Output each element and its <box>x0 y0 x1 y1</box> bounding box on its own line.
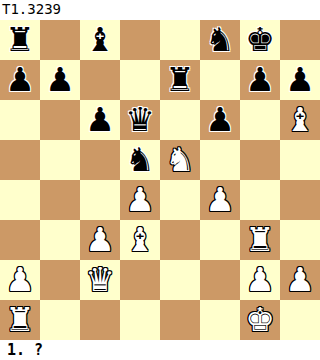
square-b4[interactable] <box>40 180 80 220</box>
square-c7[interactable] <box>80 60 120 100</box>
move-prompt: 1. ? <box>0 340 320 360</box>
square-a1[interactable]: ♜ <box>0 300 40 340</box>
white-rook-a1[interactable]: ♜ <box>5 300 35 340</box>
square-h7[interactable]: ♟ <box>280 60 320 100</box>
square-a7[interactable]: ♟ <box>0 60 40 100</box>
square-f3[interactable] <box>200 220 240 260</box>
black-pawn-g7[interactable]: ♟ <box>245 60 275 100</box>
white-pawn-h2[interactable]: ♟ <box>285 260 315 300</box>
black-pawn-b7[interactable]: ♟ <box>45 60 75 100</box>
square-g1[interactable]: ♚ <box>240 300 280 340</box>
square-e2[interactable] <box>160 260 200 300</box>
black-bishop-c8[interactable]: ♝ <box>85 20 115 60</box>
white-pawn-d4[interactable]: ♟ <box>125 180 155 220</box>
white-pawn-a2[interactable]: ♟ <box>5 260 35 300</box>
square-a4[interactable] <box>0 180 40 220</box>
black-queen-d6[interactable]: ♛ <box>125 100 155 140</box>
square-d2[interactable] <box>120 260 160 300</box>
square-h3[interactable] <box>280 220 320 260</box>
square-b2[interactable] <box>40 260 80 300</box>
square-e3[interactable] <box>160 220 200 260</box>
square-h2[interactable]: ♟ <box>280 260 320 300</box>
square-e8[interactable] <box>160 20 200 60</box>
black-rook-e7[interactable]: ♜ <box>165 60 195 100</box>
square-d3[interactable]: ♝ <box>120 220 160 260</box>
square-b7[interactable]: ♟ <box>40 60 80 100</box>
black-pawn-f6[interactable]: ♟ <box>205 100 235 140</box>
square-e1[interactable] <box>160 300 200 340</box>
white-pawn-c3[interactable]: ♟ <box>85 220 115 260</box>
square-f6[interactable]: ♟ <box>200 100 240 140</box>
square-b5[interactable] <box>40 140 80 180</box>
square-e6[interactable] <box>160 100 200 140</box>
white-queen-c2[interactable]: ♛ <box>85 260 115 300</box>
square-e4[interactable] <box>160 180 200 220</box>
square-g2[interactable]: ♟ <box>240 260 280 300</box>
square-c3[interactable]: ♟ <box>80 220 120 260</box>
square-a6[interactable] <box>0 100 40 140</box>
square-h4[interactable] <box>280 180 320 220</box>
square-f7[interactable] <box>200 60 240 100</box>
white-rook-g3[interactable]: ♜ <box>245 220 275 260</box>
chess-puzzle-window: T1.3239 ♜♝♞♚♟♟♜♟♟♟♛♟♝♞♞♟♟♟♝♜♟♛♟♟♜♚ 1. ? <box>0 0 320 360</box>
black-rook-a8[interactable]: ♜ <box>5 20 35 60</box>
square-d6[interactable]: ♛ <box>120 100 160 140</box>
square-h5[interactable] <box>280 140 320 180</box>
square-g5[interactable] <box>240 140 280 180</box>
square-g8[interactable]: ♚ <box>240 20 280 60</box>
black-knight-d5[interactable]: ♞ <box>125 140 155 180</box>
black-king-g8[interactable]: ♚ <box>245 20 275 60</box>
black-pawn-c6[interactable]: ♟ <box>85 100 115 140</box>
square-a8[interactable]: ♜ <box>0 20 40 60</box>
square-c6[interactable]: ♟ <box>80 100 120 140</box>
puzzle-title: T1.3239 <box>0 0 320 20</box>
square-g6[interactable] <box>240 100 280 140</box>
white-pawn-f4[interactable]: ♟ <box>205 180 235 220</box>
square-a2[interactable]: ♟ <box>0 260 40 300</box>
square-d5[interactable]: ♞ <box>120 140 160 180</box>
white-bishop-d3[interactable]: ♝ <box>125 220 155 260</box>
square-a5[interactable] <box>0 140 40 180</box>
square-b6[interactable] <box>40 100 80 140</box>
white-king-g1[interactable]: ♚ <box>245 300 275 340</box>
square-f5[interactable] <box>200 140 240 180</box>
white-knight-e5[interactable]: ♞ <box>165 140 195 180</box>
black-pawn-a7[interactable]: ♟ <box>5 60 35 100</box>
square-c2[interactable]: ♛ <box>80 260 120 300</box>
square-b1[interactable] <box>40 300 80 340</box>
white-pawn-g2[interactable]: ♟ <box>245 260 275 300</box>
square-d7[interactable] <box>120 60 160 100</box>
square-e5[interactable]: ♞ <box>160 140 200 180</box>
square-h1[interactable] <box>280 300 320 340</box>
square-d4[interactable]: ♟ <box>120 180 160 220</box>
square-b8[interactable] <box>40 20 80 60</box>
square-h8[interactable] <box>280 20 320 60</box>
square-a3[interactable] <box>0 220 40 260</box>
square-d8[interactable] <box>120 20 160 60</box>
white-bishop-h6[interactable]: ♝ <box>285 100 315 140</box>
square-h6[interactable]: ♝ <box>280 100 320 140</box>
square-c8[interactable]: ♝ <box>80 20 120 60</box>
square-f4[interactable]: ♟ <box>200 180 240 220</box>
square-e7[interactable]: ♜ <box>160 60 200 100</box>
square-g7[interactable]: ♟ <box>240 60 280 100</box>
black-knight-f8[interactable]: ♞ <box>205 20 235 60</box>
square-g4[interactable] <box>240 180 280 220</box>
black-pawn-h7[interactable]: ♟ <box>285 60 315 100</box>
square-f8[interactable]: ♞ <box>200 20 240 60</box>
square-c5[interactable] <box>80 140 120 180</box>
square-d1[interactable] <box>120 300 160 340</box>
chess-board: ♜♝♞♚♟♟♜♟♟♟♛♟♝♞♞♟♟♟♝♜♟♛♟♟♜♚ <box>0 20 320 340</box>
square-f2[interactable] <box>200 260 240 300</box>
square-f1[interactable] <box>200 300 240 340</box>
square-c1[interactable] <box>80 300 120 340</box>
square-g3[interactable]: ♜ <box>240 220 280 260</box>
square-b3[interactable] <box>40 220 80 260</box>
square-c4[interactable] <box>80 180 120 220</box>
